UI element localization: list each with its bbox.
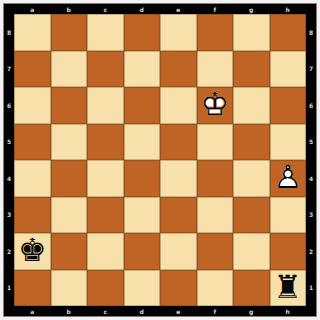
square-b2[interactable]	[51, 233, 88, 270]
file-label-e: e	[160, 4, 197, 14]
rank-label-7: 7	[4, 51, 14, 88]
square-d6[interactable]	[124, 87, 161, 124]
square-f4[interactable]	[197, 160, 234, 197]
chessboard: ♚♔♟♙♚♜	[14, 14, 306, 306]
square-e4[interactable]	[160, 160, 197, 197]
rank-label-1: 1	[306, 270, 316, 307]
file-label-e: e	[160, 306, 197, 316]
square-g4[interactable]	[233, 160, 270, 197]
black-king[interactable]: ♚	[14, 233, 51, 270]
square-g2[interactable]	[233, 233, 270, 270]
square-c4[interactable]	[87, 160, 124, 197]
square-d3[interactable]	[124, 197, 161, 234]
coords-files-top: abcdefgh	[14, 4, 306, 14]
rank-label-8: 8	[306, 14, 316, 51]
square-c7[interactable]	[87, 51, 124, 88]
square-b6[interactable]	[51, 87, 88, 124]
square-f8[interactable]	[197, 14, 234, 51]
square-g7[interactable]	[233, 51, 270, 88]
square-a4[interactable]	[14, 160, 51, 197]
rank-label-1: 1	[4, 270, 14, 307]
square-e7[interactable]	[160, 51, 197, 88]
square-h4[interactable]: ♟♙	[270, 160, 307, 197]
square-d8[interactable]	[124, 14, 161, 51]
square-h3[interactable]	[270, 197, 307, 234]
file-label-h: h	[270, 4, 307, 14]
square-h2[interactable]	[270, 233, 307, 270]
rank-label-7: 7	[306, 51, 316, 88]
rank-label-2: 2	[4, 233, 14, 270]
rank-label-6: 6	[306, 87, 316, 124]
square-g3[interactable]	[233, 197, 270, 234]
black-rook-glyph: ♜	[270, 271, 307, 303]
square-c5[interactable]	[87, 124, 124, 161]
square-h5[interactable]	[270, 124, 307, 161]
rank-label-8: 8	[4, 14, 14, 51]
square-f7[interactable]	[197, 51, 234, 88]
file-label-g: g	[233, 4, 270, 14]
board-frame: abcdefgh abcdefgh 87654321 87654321 ♚♔♟♙…	[3, 3, 317, 317]
square-h1[interactable]: ♜	[270, 270, 307, 307]
square-c8[interactable]	[87, 14, 124, 51]
square-c6[interactable]	[87, 87, 124, 124]
file-label-c: c	[87, 4, 124, 14]
square-a3[interactable]	[14, 197, 51, 234]
square-a2[interactable]: ♚	[14, 233, 51, 270]
square-f3[interactable]	[197, 197, 234, 234]
square-a5[interactable]	[14, 124, 51, 161]
file-label-f: f	[197, 4, 234, 14]
square-d7[interactable]	[124, 51, 161, 88]
square-f1[interactable]	[197, 270, 234, 307]
square-g6[interactable]	[233, 87, 270, 124]
square-d2[interactable]	[124, 233, 161, 270]
square-b5[interactable]	[51, 124, 88, 161]
white-king[interactable]: ♚♔	[197, 87, 234, 124]
square-b1[interactable]	[51, 270, 88, 307]
rank-label-5: 5	[4, 124, 14, 161]
rank-label-4: 4	[306, 160, 316, 197]
square-d4[interactable]	[124, 160, 161, 197]
square-f5[interactable]	[197, 124, 234, 161]
square-e2[interactable]	[160, 233, 197, 270]
square-a8[interactable]	[14, 14, 51, 51]
white-pawn-outline: ♙	[270, 162, 307, 194]
coords-files-bottom: abcdefgh	[14, 306, 306, 316]
square-a7[interactable]	[14, 51, 51, 88]
file-label-f: f	[197, 306, 234, 316]
white-king-outline: ♔	[197, 89, 234, 121]
file-label-d: d	[124, 4, 161, 14]
file-label-a: a	[14, 306, 51, 316]
square-b3[interactable]	[51, 197, 88, 234]
square-g5[interactable]	[233, 124, 270, 161]
square-f2[interactable]	[197, 233, 234, 270]
square-g8[interactable]	[233, 14, 270, 51]
file-label-b: b	[51, 4, 88, 14]
square-c3[interactable]	[87, 197, 124, 234]
square-e1[interactable]	[160, 270, 197, 307]
square-a1[interactable]	[14, 270, 51, 307]
file-label-a: a	[14, 4, 51, 14]
rank-label-6: 6	[4, 87, 14, 124]
square-c1[interactable]	[87, 270, 124, 307]
rank-label-2: 2	[306, 233, 316, 270]
rank-label-3: 3	[4, 197, 14, 234]
square-e5[interactable]	[160, 124, 197, 161]
square-d5[interactable]	[124, 124, 161, 161]
square-c2[interactable]	[87, 233, 124, 270]
square-f6[interactable]: ♚♔	[197, 87, 234, 124]
square-e6[interactable]	[160, 87, 197, 124]
file-label-b: b	[51, 306, 88, 316]
black-rook[interactable]: ♜	[270, 270, 307, 307]
square-b8[interactable]	[51, 14, 88, 51]
square-e8[interactable]	[160, 14, 197, 51]
rank-label-3: 3	[306, 197, 316, 234]
file-label-g: g	[233, 306, 270, 316]
white-pawn[interactable]: ♟♙	[270, 160, 307, 197]
black-king-glyph: ♚	[14, 235, 51, 267]
square-e3[interactable]	[160, 197, 197, 234]
square-b4[interactable]	[51, 160, 88, 197]
file-label-d: d	[124, 306, 161, 316]
rank-label-4: 4	[4, 160, 14, 197]
square-a6[interactable]	[14, 87, 51, 124]
square-g1[interactable]	[233, 270, 270, 307]
square-d1[interactable]	[124, 270, 161, 307]
square-b7[interactable]	[51, 51, 88, 88]
square-h7[interactable]	[270, 51, 307, 88]
square-h6[interactable]	[270, 87, 307, 124]
coords-ranks-left: 87654321	[4, 14, 14, 306]
rank-label-5: 5	[306, 124, 316, 161]
coords-ranks-right: 87654321	[306, 14, 316, 306]
square-h8[interactable]	[270, 14, 307, 51]
file-label-c: c	[87, 306, 124, 316]
file-label-h: h	[270, 306, 307, 316]
chess-diagram: abcdefgh abcdefgh 87654321 87654321 ♚♔♟♙…	[0, 0, 320, 320]
